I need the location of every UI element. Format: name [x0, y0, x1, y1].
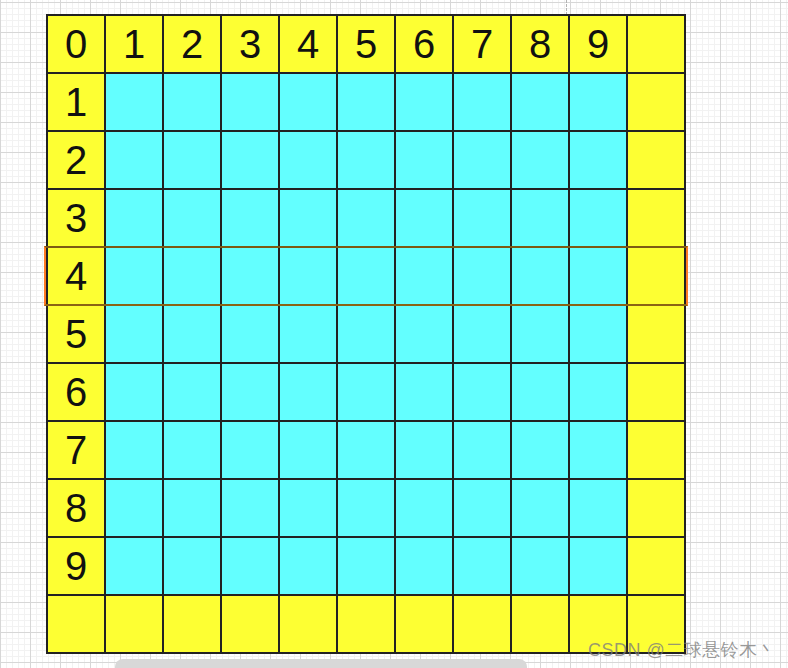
cell-1-3[interactable]	[222, 74, 278, 130]
cell-7-4[interactable]	[280, 422, 336, 478]
cell-3-1[interactable]	[106, 190, 162, 246]
cell-8-5[interactable]	[338, 480, 394, 536]
cell-6-0[interactable]: 6	[48, 364, 104, 420]
cell-7-5[interactable]	[338, 422, 394, 478]
cell-2-10[interactable]	[628, 132, 684, 188]
cell-9-7[interactable]	[454, 538, 510, 594]
cell-2-5[interactable]	[338, 132, 394, 188]
cell-8-6[interactable]	[396, 480, 452, 536]
cell-6-3[interactable]	[222, 364, 278, 420]
cell-5-1[interactable]	[106, 306, 162, 362]
cell-5-9[interactable]	[570, 306, 626, 362]
cell-3-8[interactable]	[512, 190, 568, 246]
cell-5-0[interactable]: 5	[48, 306, 104, 362]
cell-5-7[interactable]	[454, 306, 510, 362]
cell-2-8[interactable]	[512, 132, 568, 188]
cell-8-2[interactable]	[164, 480, 220, 536]
cell-2-0[interactable]: 2	[48, 132, 104, 188]
cell-2-6[interactable]	[396, 132, 452, 188]
cell-6-6[interactable]	[396, 364, 452, 420]
cell-9-1[interactable]	[106, 538, 162, 594]
cell-3-10[interactable]	[628, 190, 684, 246]
cell-10-2[interactable]	[164, 596, 220, 652]
cell-3-0[interactable]: 3	[48, 190, 104, 246]
page-break-guide-line	[566, 0, 567, 15]
horizontal-scrollbar[interactable]	[115, 659, 527, 668]
cell-9-3[interactable]	[222, 538, 278, 594]
cell-4-10[interactable]	[628, 248, 684, 304]
cell-5-4[interactable]	[280, 306, 336, 362]
cell-5-8[interactable]	[512, 306, 568, 362]
cell-6-4[interactable]	[280, 364, 336, 420]
cell-8-9[interactable]	[570, 480, 626, 536]
cell-5-6[interactable]	[396, 306, 452, 362]
cell-7-8[interactable]	[512, 422, 568, 478]
cell-0-3[interactable]: 3	[222, 16, 278, 72]
drawing-canvas[interactable]: { "game": "2D-array game-board diagram (…	[0, 0, 788, 668]
cell-4-7[interactable]	[454, 248, 510, 304]
cell-0-4[interactable]: 4	[280, 16, 336, 72]
cell-9-4[interactable]	[280, 538, 336, 594]
cell-8-1[interactable]	[106, 480, 162, 536]
cell-8-8[interactable]	[512, 480, 568, 536]
cell-7-2[interactable]	[164, 422, 220, 478]
cell-4-8[interactable]	[512, 248, 568, 304]
cell-6-7[interactable]	[454, 364, 510, 420]
csdn-watermark: CSDN @二球悬铃木丶	[588, 638, 776, 662]
cell-1-1[interactable]	[106, 74, 162, 130]
cell-3-5[interactable]	[338, 190, 394, 246]
cell-1-4[interactable]	[280, 74, 336, 130]
cell-8-7[interactable]	[454, 480, 510, 536]
cell-6-5[interactable]	[338, 364, 394, 420]
cell-5-5[interactable]	[338, 306, 394, 362]
cell-7-9[interactable]	[570, 422, 626, 478]
cell-2-1[interactable]	[106, 132, 162, 188]
cell-4-5[interactable]	[338, 248, 394, 304]
cell-9-8[interactable]	[512, 538, 568, 594]
cell-2-9[interactable]	[570, 132, 626, 188]
cell-10-7[interactable]	[454, 596, 510, 652]
cell-10-1[interactable]	[106, 596, 162, 652]
cell-10-3[interactable]	[222, 596, 278, 652]
cell-10-8[interactable]	[512, 596, 568, 652]
cell-0-1[interactable]: 1	[106, 16, 162, 72]
cell-6-9[interactable]	[570, 364, 626, 420]
cell-1-9[interactable]	[570, 74, 626, 130]
cell-3-4[interactable]	[280, 190, 336, 246]
cell-1-6[interactable]	[396, 74, 452, 130]
array-grid-board[interactable]: 0123456789123456789	[46, 14, 686, 654]
cell-8-0[interactable]: 8	[48, 480, 104, 536]
cell-10-4[interactable]	[280, 596, 336, 652]
cell-3-7[interactable]	[454, 190, 510, 246]
cell-4-3[interactable]	[222, 248, 278, 304]
cell-9-0[interactable]: 9	[48, 538, 104, 594]
cell-10-6[interactable]	[396, 596, 452, 652]
cell-7-1[interactable]	[106, 422, 162, 478]
cell-4-9[interactable]	[570, 248, 626, 304]
cell-0-10[interactable]	[628, 16, 684, 72]
cell-3-6[interactable]	[396, 190, 452, 246]
cell-5-3[interactable]	[222, 306, 278, 362]
cell-2-7[interactable]	[454, 132, 510, 188]
cell-3-3[interactable]	[222, 190, 278, 246]
cell-7-0[interactable]: 7	[48, 422, 104, 478]
cell-5-2[interactable]	[164, 306, 220, 362]
cell-6-2[interactable]	[164, 364, 220, 420]
cell-3-9[interactable]	[570, 190, 626, 246]
cell-0-2[interactable]: 2	[164, 16, 220, 72]
cell-8-4[interactable]	[280, 480, 336, 536]
cell-9-5[interactable]	[338, 538, 394, 594]
cell-9-10[interactable]	[628, 538, 684, 594]
cell-8-3[interactable]	[222, 480, 278, 536]
cell-0-5[interactable]: 5	[338, 16, 394, 72]
cell-3-2[interactable]	[164, 190, 220, 246]
cell-4-0[interactable]: 4	[48, 248, 104, 304]
cell-1-5[interactable]	[338, 74, 394, 130]
cell-0-8[interactable]: 8	[512, 16, 568, 72]
cell-1-8[interactable]	[512, 74, 568, 130]
cell-6-10[interactable]	[628, 364, 684, 420]
cell-6-8[interactable]	[512, 364, 568, 420]
cell-0-9[interactable]: 9	[570, 16, 626, 72]
cell-9-9[interactable]	[570, 538, 626, 594]
cell-4-6[interactable]	[396, 248, 452, 304]
cell-5-10[interactable]	[628, 306, 684, 362]
cell-7-7[interactable]	[454, 422, 510, 478]
cell-6-1[interactable]	[106, 364, 162, 420]
cell-7-3[interactable]	[222, 422, 278, 478]
cell-2-2[interactable]	[164, 132, 220, 188]
cell-7-10[interactable]	[628, 422, 684, 478]
cell-4-1[interactable]	[106, 248, 162, 304]
cell-2-4[interactable]	[280, 132, 336, 188]
cell-9-6[interactable]	[396, 538, 452, 594]
cell-2-3[interactable]	[222, 132, 278, 188]
cell-1-2[interactable]	[164, 74, 220, 130]
cell-1-0[interactable]: 1	[48, 74, 104, 130]
cell-10-0[interactable]	[48, 596, 104, 652]
cell-0-6[interactable]: 6	[396, 16, 452, 72]
cell-1-7[interactable]	[454, 74, 510, 130]
cell-4-4[interactable]	[280, 248, 336, 304]
cell-8-10[interactable]	[628, 480, 684, 536]
cell-10-5[interactable]	[338, 596, 394, 652]
cell-9-2[interactable]	[164, 538, 220, 594]
cell-4-2[interactable]	[164, 248, 220, 304]
cell-7-6[interactable]	[396, 422, 452, 478]
cell-0-0[interactable]: 0	[48, 16, 104, 72]
cell-1-10[interactable]	[628, 74, 684, 130]
cell-0-7[interactable]: 7	[454, 16, 510, 72]
